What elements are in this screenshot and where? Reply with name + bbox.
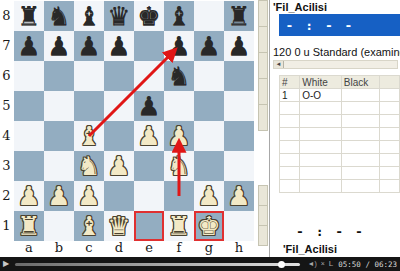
white-pawn: ♟ (137, 121, 160, 151)
play-icon[interactable]: ▶ (3, 257, 9, 271)
rank-label-5: 5 (0, 91, 13, 121)
empty-cell (280, 115, 300, 128)
tray-slot (258, 26, 268, 53)
square-c3[interactable]: ♞ (74, 151, 104, 181)
rank-label-7: 7 (0, 31, 13, 61)
square-e4[interactable]: ♟ (134, 121, 164, 151)
square-f3[interactable]: ♞ (164, 151, 194, 181)
empty-cell (341, 128, 380, 141)
white-pawn: ♟ (167, 121, 190, 151)
square-g2[interactable]: ♟ (194, 181, 224, 211)
square-d6[interactable] (104, 61, 134, 91)
empty-cell (300, 128, 342, 141)
square-a7[interactable]: ♟ (14, 31, 44, 61)
empty-cell (380, 180, 400, 193)
time-display: 05:50 / 06:23 (338, 260, 397, 269)
empty-cell (341, 180, 380, 193)
rank-labels: 87654321 (0, 1, 13, 241)
empty-cell (380, 154, 400, 167)
move-row (280, 141, 400, 154)
square-b7[interactable]: ♟ (44, 31, 74, 61)
top-clock-value: - : - - (286, 18, 355, 33)
square-a5[interactable] (14, 91, 44, 121)
square-c2[interactable]: ♟ (74, 181, 104, 211)
square-b2[interactable]: ♟ (44, 181, 74, 211)
black-knight: ♞ (47, 1, 70, 31)
chess-examine-window: 87654321 abcdefgh ♜♞♝♛♚♝♜♟♟♟♟♟♟♟♞♟♝♟♟♞♟♞… (0, 0, 400, 271)
empty-cell (380, 115, 400, 128)
empty-cell (300, 167, 342, 180)
examiner-name-top: 'Fil_Acilisi (273, 1, 327, 13)
file-label-c: c (74, 240, 104, 256)
tray-slot (258, 185, 268, 206)
empty-cell (300, 180, 342, 193)
square-h7[interactable]: ♟ (224, 31, 254, 61)
square-e2[interactable] (134, 181, 164, 211)
square-h3[interactable] (224, 151, 254, 181)
horizontal-scrollbar[interactable]: ◄ (273, 60, 398, 69)
square-f8[interactable]: ♝ (164, 1, 194, 31)
black-queen: ♛ (107, 1, 130, 31)
empty-cell (280, 154, 300, 167)
black-pawn: ♟ (47, 31, 70, 61)
move-row (280, 154, 400, 167)
square-e5[interactable]: ♟ (134, 91, 164, 121)
square-b6[interactable] (44, 61, 74, 91)
square-d7[interactable]: ♟ (104, 31, 134, 61)
square-h1[interactable] (224, 211, 254, 241)
file-label-h: h (224, 240, 254, 256)
white-pawn: ♟ (47, 181, 70, 211)
white-queen: ♛ (107, 211, 130, 241)
empty-cell (380, 89, 400, 102)
square-e3[interactable] (134, 151, 164, 181)
empty-cell (341, 141, 380, 154)
rank-label-3: 3 (0, 151, 13, 181)
tray-slot (258, 205, 268, 226)
piece-tray (258, 0, 269, 247)
empty-cell (341, 102, 380, 115)
rank-label-4: 4 (0, 121, 13, 151)
empty-cell (380, 167, 400, 180)
rank-label-8: 8 (0, 1, 13, 31)
empty-cell (300, 154, 342, 167)
game-info-line: 120 0 u Standard (examine (273, 46, 400, 58)
black-pawn: ♟ (167, 31, 190, 61)
resize-icon[interactable]: × (321, 257, 325, 271)
square-d5[interactable] (104, 91, 134, 121)
square-f1[interactable]: ♜ (164, 211, 194, 241)
top-clock: - : - - (279, 14, 400, 36)
square-b5[interactable] (44, 91, 74, 121)
move-table-header-white: White (300, 76, 342, 89)
square-f2[interactable] (164, 181, 194, 211)
square-e8[interactable]: ♚ (134, 1, 164, 31)
white-pawn: ♟ (227, 181, 250, 211)
examine-panel: 'Fil_Acilisi - : - - 120 0 u Standard (e… (269, 0, 400, 257)
tray-slot (258, 52, 268, 79)
video-player-bar: ▶ ◄) × L 05:50 / 06:23 (0, 257, 400, 271)
black-rook: ♜ (17, 1, 40, 31)
empty-cell (280, 141, 300, 154)
square-h5[interactable] (224, 91, 254, 121)
rank-label-1: 1 (0, 211, 13, 241)
square-h6[interactable] (224, 61, 254, 91)
black-knight: ♞ (167, 61, 190, 91)
black-pawn: ♟ (17, 31, 40, 61)
white-knight: ♞ (77, 151, 100, 181)
tray-slot (258, 78, 268, 105)
square-d4[interactable] (104, 121, 134, 151)
move-row (280, 167, 400, 180)
move-row (280, 102, 400, 115)
l-button[interactable]: L (329, 257, 333, 271)
white-rook: ♜ (167, 211, 190, 241)
volume-icon[interactable]: ◄) (307, 257, 316, 271)
square-f5[interactable] (164, 91, 194, 121)
file-label-g: g (194, 240, 224, 256)
move-row (280, 128, 400, 141)
empty-cell (300, 115, 342, 128)
empty-cell (280, 180, 300, 193)
black-rook: ♜ (227, 1, 250, 31)
white-bishop: ♝ (77, 121, 100, 151)
move-row: 1O-O (280, 89, 400, 102)
square-g4[interactable] (194, 121, 224, 151)
square-c8[interactable]: ♝ (74, 1, 104, 31)
empty-cell (280, 167, 300, 180)
square-c4[interactable]: ♝ (74, 121, 104, 151)
white-pawn: ♟ (77, 181, 100, 211)
file-label-b: b (44, 240, 74, 256)
scroll-left-button[interactable]: ◄ (274, 61, 284, 68)
black-bishop: ♝ (77, 1, 100, 31)
square-e1[interactable] (134, 211, 164, 241)
square-d2[interactable] (104, 181, 134, 211)
empty-cell (341, 167, 380, 180)
white-bishop: ♝ (77, 211, 100, 241)
file-label-a: a (14, 240, 44, 256)
black-king: ♚ (137, 1, 160, 31)
black-pawn: ♟ (77, 31, 100, 61)
black-bishop: ♝ (167, 1, 190, 31)
empty-cell (300, 102, 342, 115)
bottom-clock: - : - - (296, 224, 365, 239)
file-label-d: d (104, 240, 134, 256)
rank-label-2: 2 (0, 181, 13, 211)
square-h2[interactable]: ♟ (224, 181, 254, 211)
file-label-f: f (164, 240, 194, 256)
square-b4[interactable] (44, 121, 74, 151)
square-g3[interactable] (194, 151, 224, 181)
square-g6[interactable] (194, 61, 224, 91)
square-c1[interactable]: ♝ (74, 211, 104, 241)
empty-cell (280, 102, 300, 115)
move-cell: 1 (280, 89, 300, 102)
move-table-header (380, 76, 400, 89)
square-c7[interactable]: ♟ (74, 31, 104, 61)
empty-cell (380, 141, 400, 154)
move-row (280, 180, 400, 193)
empty-cell (341, 89, 380, 102)
move-table-header-num: # (280, 76, 300, 89)
empty-cell (341, 154, 380, 167)
white-pawn: ♟ (197, 181, 220, 211)
tray-slot (258, 225, 268, 246)
square-e6[interactable] (134, 61, 164, 91)
square-d8[interactable]: ♛ (104, 1, 134, 31)
tray-slot (258, 0, 268, 27)
square-f4[interactable]: ♟ (164, 121, 194, 151)
move-table-header-black: Black (341, 76, 380, 89)
square-g5[interactable] (194, 91, 224, 121)
square-b1[interactable] (44, 211, 74, 241)
square-a3[interactable] (14, 151, 44, 181)
empty-cell (380, 102, 400, 115)
examiner-name-bottom: 'Fil_Acilisi (283, 243, 337, 255)
square-f7[interactable]: ♟ (164, 31, 194, 61)
rank-label-6: 6 (0, 61, 13, 91)
square-a6[interactable] (14, 61, 44, 91)
empty-cell (300, 141, 342, 154)
file-label-e: e (134, 240, 164, 256)
progress-track[interactable] (15, 263, 300, 266)
empty-cell (341, 115, 380, 128)
square-d1[interactable]: ♛ (104, 211, 134, 241)
empty-cell (280, 128, 300, 141)
square-b8[interactable]: ♞ (44, 1, 74, 31)
black-pawn: ♟ (107, 31, 130, 61)
white-king: ♚ (197, 211, 220, 241)
progress-thumb[interactable] (278, 261, 285, 268)
square-g1[interactable]: ♚ (194, 211, 224, 241)
square-h8[interactable]: ♜ (224, 1, 254, 31)
black-pawn: ♟ (227, 31, 250, 61)
white-rook: ♜ (17, 211, 40, 241)
square-d3[interactable]: ♟ (104, 151, 134, 181)
tray-slot (258, 104, 268, 131)
square-a8[interactable]: ♜ (14, 1, 44, 31)
square-f6[interactable]: ♞ (164, 61, 194, 91)
square-g7[interactable]: ♟ (194, 31, 224, 61)
black-pawn: ♟ (197, 31, 220, 61)
white-knight: ♞ (167, 151, 190, 181)
square-b3[interactable] (44, 151, 74, 181)
black-pawn: ♟ (137, 91, 160, 121)
square-c5[interactable] (74, 91, 104, 121)
white-pawn: ♟ (17, 181, 40, 211)
square-g8[interactable] (194, 1, 224, 31)
move-list-table: #WhiteBlack1O-O (279, 75, 400, 193)
white-pawn: ♟ (107, 151, 130, 181)
square-a2[interactable]: ♟ (14, 181, 44, 211)
square-h4[interactable] (224, 121, 254, 151)
square-c6[interactable] (74, 61, 104, 91)
square-e7[interactable] (134, 31, 164, 61)
square-a1[interactable]: ♜ (14, 211, 44, 241)
move-cell[interactable]: O-O (300, 89, 342, 102)
empty-cell (380, 128, 400, 141)
square-a4[interactable] (14, 121, 44, 151)
chess-board: ♜♞♝♛♚♝♜♟♟♟♟♟♟♟♞♟♝♟♟♞♟♞♟♟♟♟♟♜♝♛♜♚ (14, 1, 254, 241)
move-row (280, 115, 400, 128)
file-labels: abcdefgh (14, 240, 254, 256)
